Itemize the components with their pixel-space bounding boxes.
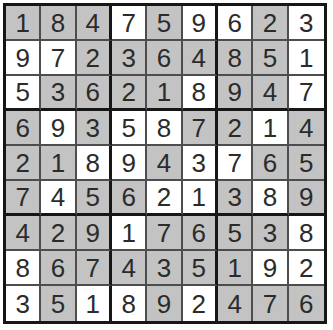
sudoku-cell-r6c3[interactable]: 5 (77, 181, 112, 216)
sudoku-cell-r8c2[interactable]: 6 (41, 251, 76, 286)
sudoku-cell-r9c9[interactable]: 6 (289, 286, 324, 321)
sudoku-board: 1847596239723648515362189476935872142189… (3, 3, 327, 324)
sudoku-cell-r4c3[interactable]: 3 (77, 111, 112, 146)
sudoku-cell-r9c1[interactable]: 3 (6, 286, 41, 321)
sudoku-cell-r1c9[interactable]: 3 (289, 6, 324, 41)
sudoku-cell-r2c5[interactable]: 6 (147, 41, 182, 76)
sudoku-cell-r6c5[interactable]: 2 (147, 181, 182, 216)
sudoku-cell-r4c7[interactable]: 2 (218, 111, 253, 146)
sudoku-cell-r5c8[interactable]: 6 (253, 146, 288, 181)
sudoku-cell-r5c4[interactable]: 9 (112, 146, 147, 181)
sudoku-cell-r5c9[interactable]: 5 (289, 146, 324, 181)
sudoku-cell-r5c3[interactable]: 8 (77, 146, 112, 181)
sudoku-cell-r5c5[interactable]: 4 (147, 146, 182, 181)
sudoku-cell-r3c7[interactable]: 9 (218, 76, 253, 111)
sudoku-cell-r9c4[interactable]: 8 (112, 286, 147, 321)
sudoku-cell-r8c7[interactable]: 1 (218, 251, 253, 286)
sudoku-cell-r6c4[interactable]: 6 (112, 181, 147, 216)
sudoku-cell-r3c5[interactable]: 1 (147, 76, 182, 111)
sudoku-cell-r2c1[interactable]: 9 (6, 41, 41, 76)
sudoku-cell-r8c5[interactable]: 3 (147, 251, 182, 286)
sudoku-cell-r7c8[interactable]: 3 (253, 216, 288, 251)
sudoku-cell-r7c4[interactable]: 1 (112, 216, 147, 251)
sudoku-cell-r3c1[interactable]: 5 (6, 76, 41, 111)
sudoku-cell-r4c8[interactable]: 1 (253, 111, 288, 146)
sudoku-cell-r7c5[interactable]: 7 (147, 216, 182, 251)
sudoku-cell-r3c6[interactable]: 8 (183, 76, 218, 111)
sudoku-cell-r5c2[interactable]: 1 (41, 146, 76, 181)
sudoku-cell-r6c1[interactable]: 7 (6, 181, 41, 216)
sudoku-cell-r8c3[interactable]: 7 (77, 251, 112, 286)
sudoku-cell-r3c9[interactable]: 7 (289, 76, 324, 111)
sudoku-page: 1847596239723648515362189476935872142189… (0, 0, 333, 330)
sudoku-cell-r7c3[interactable]: 9 (77, 216, 112, 251)
sudoku-cell-r3c2[interactable]: 3 (41, 76, 76, 111)
sudoku-cell-r7c6[interactable]: 6 (183, 216, 218, 251)
sudoku-cell-r8c9[interactable]: 2 (289, 251, 324, 286)
sudoku-cell-r2c2[interactable]: 7 (41, 41, 76, 76)
sudoku-cell-r2c4[interactable]: 3 (112, 41, 147, 76)
sudoku-cell-r7c1[interactable]: 4 (6, 216, 41, 251)
sudoku-cell-r2c9[interactable]: 1 (289, 41, 324, 76)
sudoku-cell-r1c7[interactable]: 6 (218, 6, 253, 41)
sudoku-cell-r9c8[interactable]: 7 (253, 286, 288, 321)
sudoku-cell-r1c6[interactable]: 9 (183, 6, 218, 41)
sudoku-cell-r9c5[interactable]: 9 (147, 286, 182, 321)
sudoku-cell-r5c1[interactable]: 2 (6, 146, 41, 181)
sudoku-cell-r6c2[interactable]: 4 (41, 181, 76, 216)
sudoku-cell-r8c6[interactable]: 5 (183, 251, 218, 286)
sudoku-cell-r3c4[interactable]: 2 (112, 76, 147, 111)
sudoku-cell-r2c8[interactable]: 5 (253, 41, 288, 76)
sudoku-cell-r1c3[interactable]: 4 (77, 6, 112, 41)
sudoku-cell-r1c1[interactable]: 1 (6, 6, 41, 41)
sudoku-cell-r4c4[interactable]: 5 (112, 111, 147, 146)
sudoku-cell-r8c8[interactable]: 9 (253, 251, 288, 286)
sudoku-cell-r6c6[interactable]: 1 (183, 181, 218, 216)
sudoku-cell-r8c1[interactable]: 8 (6, 251, 41, 286)
sudoku-cell-r4c2[interactable]: 9 (41, 111, 76, 146)
sudoku-cell-r2c3[interactable]: 2 (77, 41, 112, 76)
sudoku-cell-r6c8[interactable]: 8 (253, 181, 288, 216)
sudoku-cell-r7c9[interactable]: 8 (289, 216, 324, 251)
sudoku-cell-r9c2[interactable]: 5 (41, 286, 76, 321)
sudoku-cell-r4c5[interactable]: 8 (147, 111, 182, 146)
sudoku-cell-r2c7[interactable]: 8 (218, 41, 253, 76)
sudoku-cell-r4c9[interactable]: 4 (289, 111, 324, 146)
sudoku-cell-r8c4[interactable]: 4 (112, 251, 147, 286)
sudoku-cell-r1c5[interactable]: 5 (147, 6, 182, 41)
sudoku-cell-r9c7[interactable]: 4 (218, 286, 253, 321)
sudoku-cell-r5c7[interactable]: 7 (218, 146, 253, 181)
sudoku-cell-r1c8[interactable]: 2 (253, 6, 288, 41)
sudoku-cell-r6c7[interactable]: 3 (218, 181, 253, 216)
sudoku-cell-r4c6[interactable]: 7 (183, 111, 218, 146)
sudoku-cell-r4c1[interactable]: 6 (6, 111, 41, 146)
sudoku-cell-r7c7[interactable]: 5 (218, 216, 253, 251)
sudoku-cell-r3c3[interactable]: 6 (77, 76, 112, 111)
sudoku-cell-r7c2[interactable]: 2 (41, 216, 76, 251)
sudoku-cell-r3c8[interactable]: 4 (253, 76, 288, 111)
sudoku-cell-r1c4[interactable]: 7 (112, 6, 147, 41)
sudoku-cell-r9c6[interactable]: 2 (183, 286, 218, 321)
sudoku-cell-r2c6[interactable]: 4 (183, 41, 218, 76)
sudoku-cell-r6c9[interactable]: 9 (289, 181, 324, 216)
sudoku-cell-r9c3[interactable]: 1 (77, 286, 112, 321)
sudoku-cell-r5c6[interactable]: 3 (183, 146, 218, 181)
sudoku-cell-r1c2[interactable]: 8 (41, 6, 76, 41)
